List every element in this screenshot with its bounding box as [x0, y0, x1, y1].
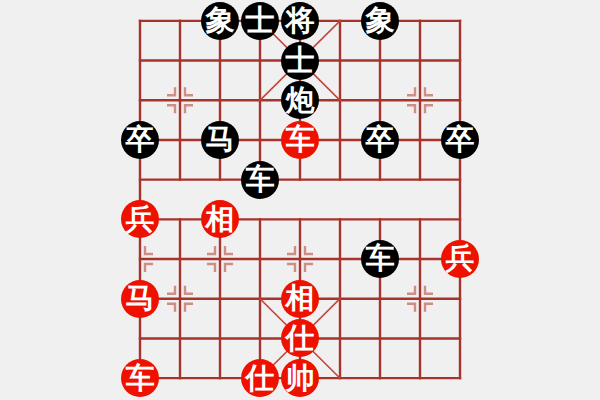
piece-black-elephant[interactable]: 象 [361, 2, 399, 40]
piece-red-general[interactable]: 帅 [281, 359, 319, 397]
piece-red-chariot[interactable]: 车 [121, 359, 159, 397]
piece-black-cannon[interactable]: 炮 [281, 81, 319, 119]
piece-black-horse[interactable]: 马 [201, 121, 239, 159]
piece-red-chariot[interactable]: 车 [281, 121, 319, 159]
piece-black-advisor[interactable]: 士 [281, 42, 319, 80]
piece-black-elephant[interactable]: 象 [201, 2, 239, 40]
piece-red-elephant[interactable]: 相 [201, 200, 239, 238]
board-pieces-layer: 象士将象士炮卒马车卒卒车兵相车兵马相仕车仕帅 [120, 1, 480, 398]
piece-red-horse[interactable]: 马 [121, 280, 159, 318]
piece-red-soldier[interactable]: 兵 [121, 200, 159, 238]
piece-red-elephant[interactable]: 相 [281, 280, 319, 318]
piece-black-chariot[interactable]: 车 [241, 161, 279, 199]
piece-black-soldier[interactable]: 卒 [441, 121, 479, 159]
piece-red-advisor[interactable]: 仕 [241, 359, 279, 397]
piece-red-advisor[interactable]: 仕 [281, 319, 319, 357]
piece-black-soldier[interactable]: 卒 [121, 121, 159, 159]
piece-black-advisor[interactable]: 士 [241, 2, 279, 40]
piece-black-general[interactable]: 将 [281, 2, 319, 40]
piece-black-soldier[interactable]: 卒 [361, 121, 399, 159]
xiangqi-board: 象士将象士炮卒马车卒卒车兵相车兵马相仕车仕帅 [0, 0, 600, 400]
piece-black-chariot[interactable]: 车 [361, 240, 399, 278]
piece-red-soldier[interactable]: 兵 [441, 240, 479, 278]
